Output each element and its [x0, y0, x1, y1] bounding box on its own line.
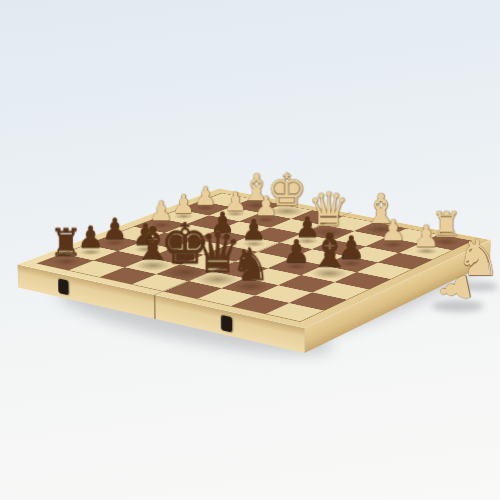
fold-seam-side [154, 295, 156, 319]
chess-board[interactable]: ♜♟♝♚♛♞♟♟♟♝♟♟♟♟♟♟♟♟♟♛♟♟♝♚♝♜ [18, 188, 491, 328]
piece-black-bishop-g5[interactable]: ♝ [298, 226, 360, 273]
latch-icon[interactable] [58, 278, 69, 295]
piece-black-knight-f7[interactable]: ♞ [219, 242, 282, 287]
scene-3d: ♜♟♝♚♛♞♟♟♟♝♟♟♟♟♟♟♟♟♟♛♟♟♝♚♝♜ [0, 0, 500, 500]
product-photo-chess-set: ♜♟♝♚♛♞♟♟♟♝♟♟♟♟♟♟♟♟♟♛♟♟♝♚♝♜ ♞ ♟ [0, 0, 500, 500]
piece-black-rook-a8[interactable]: ♜ [35, 224, 96, 261]
piece-white-pawn-h2[interactable]: ♟ [396, 222, 456, 252]
latch-icon[interactable] [221, 315, 232, 333]
